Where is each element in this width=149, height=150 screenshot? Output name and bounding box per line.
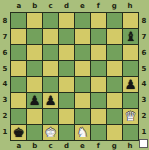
- black-pawn-piece[interactable]: ♟: [45, 94, 57, 107]
- square-g3[interactable]: [107, 93, 122, 108]
- file-label-g: g: [106, 141, 122, 150]
- rank-label-6: 6: [0, 45, 10, 61]
- square-d2[interactable]: [59, 109, 74, 124]
- file-label-d: d: [59, 141, 75, 150]
- square-a3[interactable]: [11, 93, 26, 108]
- square-b7[interactable]: [27, 29, 42, 44]
- square-e1[interactable]: ♞: [75, 125, 90, 140]
- square-e4[interactable]: [75, 77, 90, 92]
- white-queen-piece[interactable]: ♛: [125, 110, 137, 123]
- file-label-a: a: [11, 0, 27, 11]
- rank-label-7: 7: [0, 29, 10, 45]
- rank-label-8: 8: [139, 13, 149, 29]
- square-g4[interactable]: [107, 77, 122, 92]
- square-a8[interactable]: [11, 13, 26, 28]
- square-b8[interactable]: [27, 13, 42, 28]
- square-b5[interactable]: [27, 61, 42, 76]
- rank-label-2: 2: [139, 108, 149, 124]
- square-h7[interactable]: ♝: [123, 29, 138, 44]
- rank-label-4: 4: [0, 77, 10, 93]
- square-e7[interactable]: [75, 29, 90, 44]
- rank-label-2: 2: [0, 108, 10, 124]
- square-e6[interactable]: [75, 45, 90, 60]
- square-e3[interactable]: [75, 93, 90, 108]
- square-c2[interactable]: [43, 109, 58, 124]
- square-f2[interactable]: [91, 109, 106, 124]
- square-e8[interactable]: [75, 13, 90, 28]
- square-c6[interactable]: [43, 45, 58, 60]
- square-d3[interactable]: [59, 93, 74, 108]
- square-f1[interactable]: [91, 125, 106, 140]
- square-b6[interactable]: [27, 45, 42, 60]
- file-label-f: f: [90, 141, 106, 150]
- square-h8[interactable]: [123, 13, 138, 28]
- rank-label-5: 5: [139, 61, 149, 77]
- rank-label-3: 3: [139, 92, 149, 108]
- square-f6[interactable]: [91, 45, 106, 60]
- square-b3[interactable]: ♟: [27, 93, 42, 108]
- file-label-c: c: [43, 141, 59, 150]
- square-f3[interactable]: [91, 93, 106, 108]
- square-f7[interactable]: [91, 29, 106, 44]
- black-pawn-piece[interactable]: ♟: [125, 78, 137, 91]
- rank-label-1: 1: [139, 124, 149, 140]
- square-d4[interactable]: [59, 77, 74, 92]
- file-label-a: a: [11, 141, 27, 150]
- square-g2[interactable]: [107, 109, 122, 124]
- square-f8[interactable]: [91, 13, 106, 28]
- rank-label-4: 4: [139, 77, 149, 93]
- rank-label-8: 8: [0, 13, 10, 29]
- square-f4[interactable]: [91, 77, 106, 92]
- square-a2[interactable]: [11, 109, 26, 124]
- black-king-piece[interactable]: ♚: [13, 126, 25, 139]
- square-c3[interactable]: ♟: [43, 93, 58, 108]
- square-e5[interactable]: [75, 61, 90, 76]
- square-b4[interactable]: [27, 77, 42, 92]
- white-king-piece[interactable]: ♚: [45, 126, 57, 139]
- rank-label-5: 5: [0, 61, 10, 77]
- black-pawn-piece[interactable]: ♟: [29, 94, 41, 107]
- square-d5[interactable]: [59, 61, 74, 76]
- square-a7[interactable]: [11, 29, 26, 44]
- square-d1[interactable]: [59, 125, 74, 140]
- square-g8[interactable]: [107, 13, 122, 28]
- square-c5[interactable]: [43, 61, 58, 76]
- square-h6[interactable]: [123, 45, 138, 60]
- square-h2[interactable]: ♛: [123, 109, 138, 124]
- rank-label-1: 1: [0, 124, 10, 140]
- white-knight-piece[interactable]: ♞: [77, 126, 89, 139]
- square-h1[interactable]: [123, 125, 138, 140]
- rank-label-7: 7: [139, 29, 149, 45]
- square-d8[interactable]: [59, 13, 74, 28]
- square-a4[interactable]: [11, 77, 26, 92]
- square-b2[interactable]: [27, 109, 42, 124]
- square-a5[interactable]: [11, 61, 26, 76]
- black-bishop-piece[interactable]: ♝: [125, 30, 137, 43]
- square-c1[interactable]: ♚: [43, 125, 58, 140]
- file-label-e: e: [75, 141, 91, 150]
- square-c4[interactable]: [43, 77, 58, 92]
- square-g5[interactable]: [107, 61, 122, 76]
- rank-label-6: 6: [139, 45, 149, 61]
- file-label-f: f: [90, 0, 106, 11]
- square-d6[interactable]: [59, 45, 74, 60]
- square-a6[interactable]: [11, 45, 26, 60]
- square-h3[interactable]: [123, 93, 138, 108]
- file-label-b: b: [27, 0, 43, 11]
- rank-labels-right: 87654321: [139, 13, 149, 140]
- rank-label-3: 3: [0, 92, 10, 108]
- square-e2[interactable]: [75, 109, 90, 124]
- square-h5[interactable]: [123, 61, 138, 76]
- file-label-g: g: [106, 0, 122, 11]
- file-label-c: c: [43, 0, 59, 11]
- file-label-h: h: [122, 141, 138, 150]
- file-label-b: b: [27, 141, 43, 150]
- square-g1[interactable]: [107, 125, 122, 140]
- square-f5[interactable]: [91, 61, 106, 76]
- square-c8[interactable]: [43, 13, 58, 28]
- rank-labels-left: 87654321: [0, 13, 10, 140]
- resize-handle-icon[interactable]: [139, 139, 148, 148]
- chess-board-window: abcdefgh 87654321 ♝♟♟♟♛♚♚♞ 87654321 abcd…: [0, 0, 149, 150]
- file-labels-bottom: abcdefgh: [11, 141, 138, 150]
- square-a1[interactable]: ♚: [11, 125, 26, 140]
- square-h4[interactable]: ♟: [123, 77, 138, 92]
- square-d7[interactable]: [59, 29, 74, 44]
- square-g7[interactable]: [107, 29, 122, 44]
- file-label-d: d: [59, 0, 75, 11]
- file-label-h: h: [122, 0, 138, 11]
- square-g6[interactable]: [107, 45, 122, 60]
- file-labels-top: abcdefgh: [11, 0, 138, 11]
- square-c7[interactable]: [43, 29, 58, 44]
- chess-board[interactable]: ♝♟♟♟♛♚♚♞: [10, 12, 139, 141]
- square-b1[interactable]: [27, 125, 42, 140]
- file-label-e: e: [75, 0, 91, 11]
